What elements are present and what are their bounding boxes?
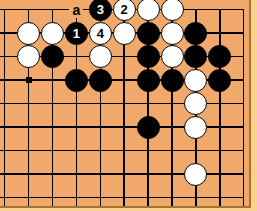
white-stone xyxy=(184,69,207,92)
white-stone xyxy=(137,0,160,21)
white-stone xyxy=(161,22,184,45)
move-number-label: 4 xyxy=(97,27,104,40)
black-stone xyxy=(41,45,64,68)
black-stone xyxy=(184,22,207,45)
go-board-diagram: a3214 xyxy=(0,0,257,211)
grid-line-horizontal-5 xyxy=(0,126,244,128)
grid-line-horizontal-7 xyxy=(0,173,244,175)
black-stone xyxy=(137,116,160,139)
white-stone xyxy=(184,92,207,115)
board-edge-light-right xyxy=(251,0,257,211)
black-stone xyxy=(184,45,207,68)
black-stone xyxy=(161,69,184,92)
white-stone xyxy=(161,0,184,21)
white-stone xyxy=(113,22,136,45)
black-stone xyxy=(137,45,160,68)
black-stone xyxy=(208,69,231,92)
move-number-label: 1 xyxy=(73,27,80,40)
white-stone xyxy=(89,45,112,68)
black-stone xyxy=(89,69,112,92)
black-stone-move-1: 1 xyxy=(65,22,88,45)
white-stone-move-4: 4 xyxy=(89,22,112,45)
black-stone xyxy=(137,22,160,45)
grid-line-horizontal-4 xyxy=(0,103,244,105)
grid-line-vertical-9 xyxy=(219,9,221,206)
board-edge-light-bottom xyxy=(0,208,257,211)
white-stone-move-2: 2 xyxy=(113,0,136,21)
grid-line-horizontal-6 xyxy=(0,150,244,152)
point-label-a: a xyxy=(69,2,83,18)
white-stone xyxy=(161,45,184,68)
move-number-label: 2 xyxy=(121,3,128,16)
black-stone xyxy=(65,69,88,92)
white-stone xyxy=(17,45,40,68)
white-stone xyxy=(17,22,40,45)
grid-line-vertical-10 xyxy=(243,9,245,206)
grid-line-horizontal-8 xyxy=(0,197,244,199)
black-stone xyxy=(137,69,160,92)
black-stone xyxy=(208,45,231,68)
grid-line-vertical-0 xyxy=(4,9,6,206)
white-stone xyxy=(184,163,207,186)
white-stone xyxy=(41,22,64,45)
star-point-marker xyxy=(26,77,32,83)
white-stone xyxy=(184,116,207,139)
black-stone-move-3: 3 xyxy=(89,0,112,21)
move-number-label: 3 xyxy=(97,3,104,16)
